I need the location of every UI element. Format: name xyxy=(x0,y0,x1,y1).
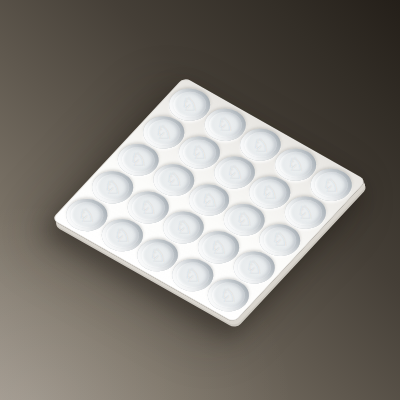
well-grid: ♘♘♘♘♘♘♘♘♘♘♘♘♘♘♘♘♘♘♘♘♘♘♘♘♘ xyxy=(58,82,360,317)
well-r5c5: ♘ xyxy=(303,163,360,207)
horse-emblem-icon: ♘ xyxy=(311,164,352,205)
photo-scene: ♘♘♘♘♘♘♘♘♘♘♘♘♘♘♘♘♘♘♘♘♘♘♘♘♘ xyxy=(0,0,400,400)
piece-tray: ♘♘♘♘♘♘♘♘♘♘♘♘♘♘♘♘♘♘♘♘♘♘♘♘♘ xyxy=(51,77,367,323)
